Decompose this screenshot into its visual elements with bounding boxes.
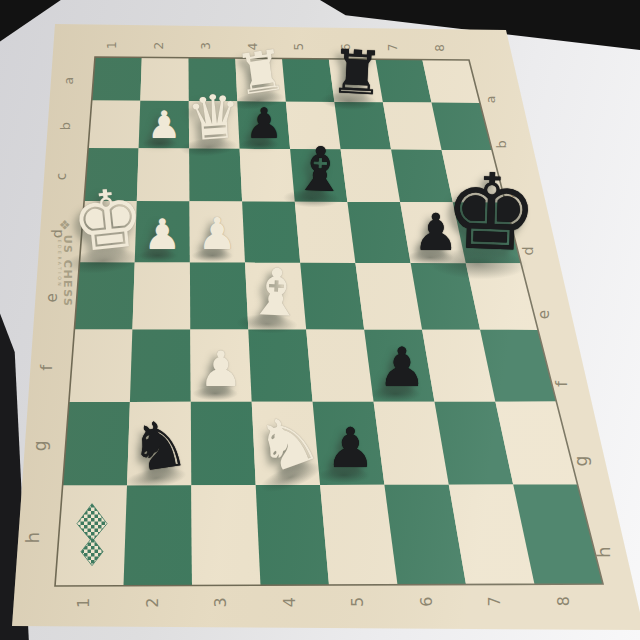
- piece-shadow: [239, 138, 279, 151]
- piece-shadow: [142, 138, 178, 149]
- black-pawn-b4: ♟: [245, 103, 283, 145]
- piece-shadow: [63, 245, 142, 277]
- white-queen-b3: ♛: [185, 85, 244, 150]
- piece-shadow: [191, 249, 233, 262]
- black-bishop-c5: ♝: [292, 138, 349, 201]
- piece-shadow: [320, 90, 378, 111]
- piece-shadow: [370, 386, 421, 402]
- piece-shadow: [192, 386, 239, 401]
- pieces-layer: ♜♜♟♛♟♝♚♟♟♟♚♝♟♟♞♞♟: [0, 0, 640, 640]
- white-pawn-d3: ♟: [197, 213, 236, 257]
- piece-shadow: [236, 313, 299, 336]
- white-bishop-e4: ♝: [245, 259, 307, 327]
- piece-shadow: [180, 136, 239, 158]
- black-pawn-f6: ♟: [378, 341, 426, 395]
- piece-shadow: [426, 246, 527, 281]
- white-pawn-f3: ♟: [199, 345, 243, 394]
- us-chess-knight-mark-icon: ❖: [58, 219, 71, 231]
- white-king-d1: ♚: [67, 177, 148, 265]
- piece-shadow: [138, 249, 178, 262]
- us-chess-logo-subtext: FEDERATION: [57, 235, 62, 308]
- white-pawn-b2: ♟: [147, 106, 181, 144]
- chessboard-photo: 1122334455667788aabbccddeeffgghh ❖ US CH…: [0, 0, 640, 640]
- us-chess-logo-text: US CHESS: [62, 235, 73, 308]
- white-knight-g4: ♞: [246, 401, 328, 487]
- black-knight-g2: ♞: [126, 409, 193, 481]
- black-rook-a6: ♜: [329, 41, 386, 104]
- piece-shadow: [124, 463, 188, 491]
- black-pawn-g5: ♟: [326, 421, 375, 476]
- white-pawn-d2: ♟: [144, 214, 182, 256]
- white-rook-a4: ♜: [232, 41, 290, 103]
- piece-shadow: [256, 457, 325, 499]
- black-king-d8: ♚: [442, 159, 540, 267]
- piece-shadow: [283, 188, 342, 208]
- piece-shadow: [318, 467, 370, 484]
